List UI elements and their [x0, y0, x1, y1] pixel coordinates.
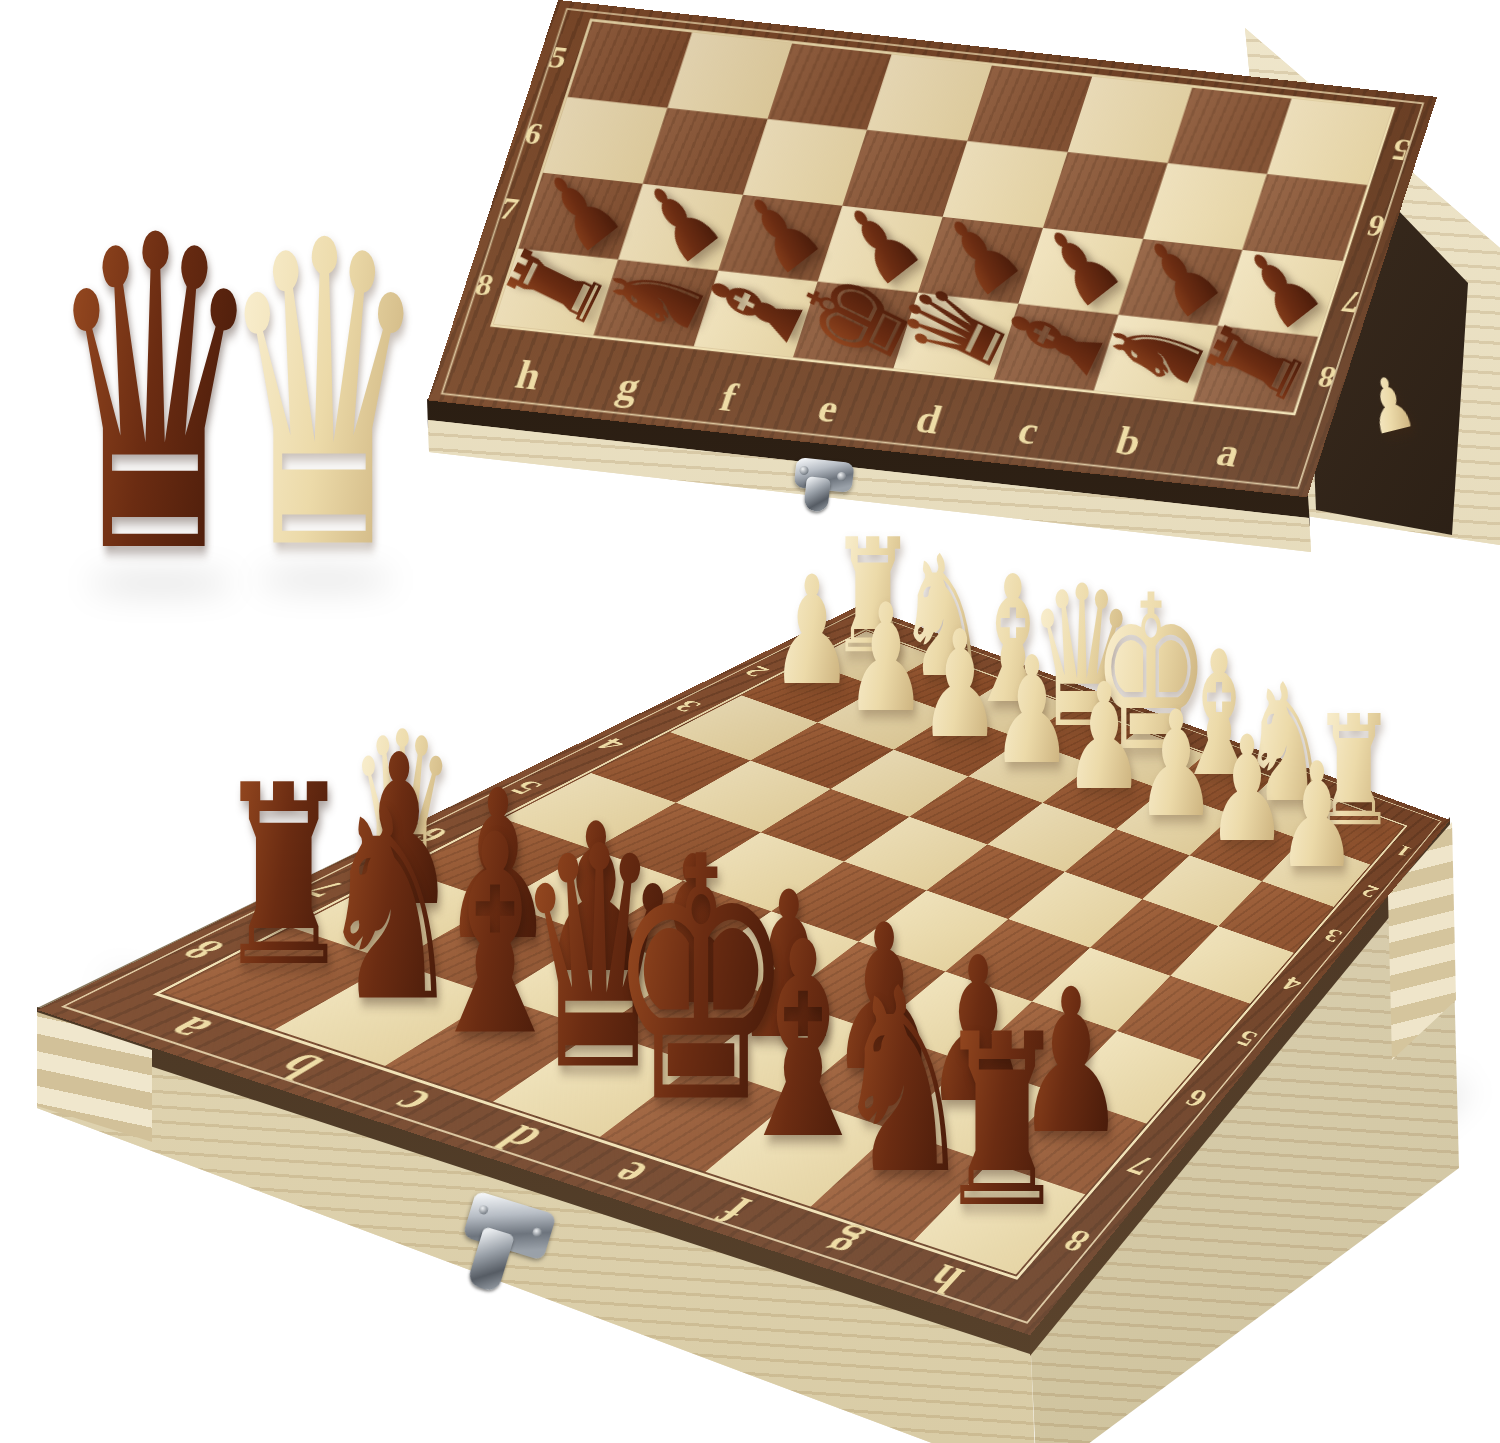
coordinate-label: d	[485, 1119, 553, 1158]
product-photo: ♛ ♛ ♟ hgfedcba56785678 ♟♟♟♟♟♟♟♟♜♞♝♛♚♝♞♜ …	[0, 0, 1500, 1443]
coordinate-label: 5	[503, 777, 549, 798]
coordinate-label: e	[598, 1155, 658, 1194]
coordinate-label: a	[148, 1011, 224, 1047]
coordinate-label: c	[377, 1084, 444, 1121]
coordinate-label: 4	[1278, 973, 1306, 995]
coordinate-label: 6	[405, 824, 455, 847]
spare-queen-dark-shadow	[88, 575, 233, 591]
coordinate-label: f	[709, 1191, 761, 1229]
coordinate-label: 1	[1392, 843, 1414, 860]
coordinate-label: g	[612, 366, 645, 407]
spare-queen-light: ♛	[219, 188, 430, 608]
coordinate-label: 3	[1320, 926, 1346, 946]
coordinate-label: f	[715, 378, 741, 419]
coordinate-label: c	[1013, 410, 1044, 451]
coordinate-label: 1	[803, 632, 836, 647]
coordinate-label: 7	[1122, 1151, 1158, 1181]
coordinate-label: e	[813, 388, 844, 429]
spare-queen-dark: ♛	[47, 181, 264, 613]
coordinate-label: b	[261, 1047, 336, 1085]
coordinate-label: a	[1212, 432, 1245, 473]
coordinate-label: 7	[296, 876, 352, 901]
coordinate-label: 8	[1314, 361, 1340, 393]
spare-queen-light-shadow	[258, 572, 393, 587]
latch-front-icon	[438, 1182, 575, 1319]
coordinate-label: 5	[1388, 134, 1414, 166]
coordinate-label: 6	[1180, 1085, 1213, 1112]
coordinate-label: 2	[1358, 882, 1382, 901]
coordinate-label: 8	[472, 268, 498, 300]
boxed-pawn: ♟	[1359, 363, 1421, 446]
coordinate-label: 3	[668, 698, 706, 715]
coordinate-label: 6	[521, 116, 547, 148]
coordinate-label: b	[1111, 421, 1146, 463]
coordinate-label: 8	[171, 936, 234, 964]
folded-board-face: hgfedcba56785678	[428, 0, 1437, 497]
latch-top-icon	[785, 454, 860, 517]
coordinate-label: g	[813, 1224, 868, 1265]
coordinate-label: h	[918, 1258, 973, 1300]
coordinate-label: h	[511, 355, 546, 397]
coordinate-label: 6	[1363, 209, 1389, 241]
coordinate-label: 4	[590, 735, 632, 754]
coordinate-label: 5	[1231, 1026, 1261, 1050]
coordinate-label: d	[911, 399, 946, 441]
coordinate-label: 2	[739, 663, 774, 679]
coordinate-label: 8	[1056, 1225, 1096, 1258]
coordinate-label: 5	[546, 41, 572, 73]
open-board-field	[164, 631, 1403, 1274]
coordinate-label: 7	[496, 192, 522, 224]
folded-board-field	[494, 21, 1392, 412]
coordinate-label: 7	[1339, 285, 1365, 317]
